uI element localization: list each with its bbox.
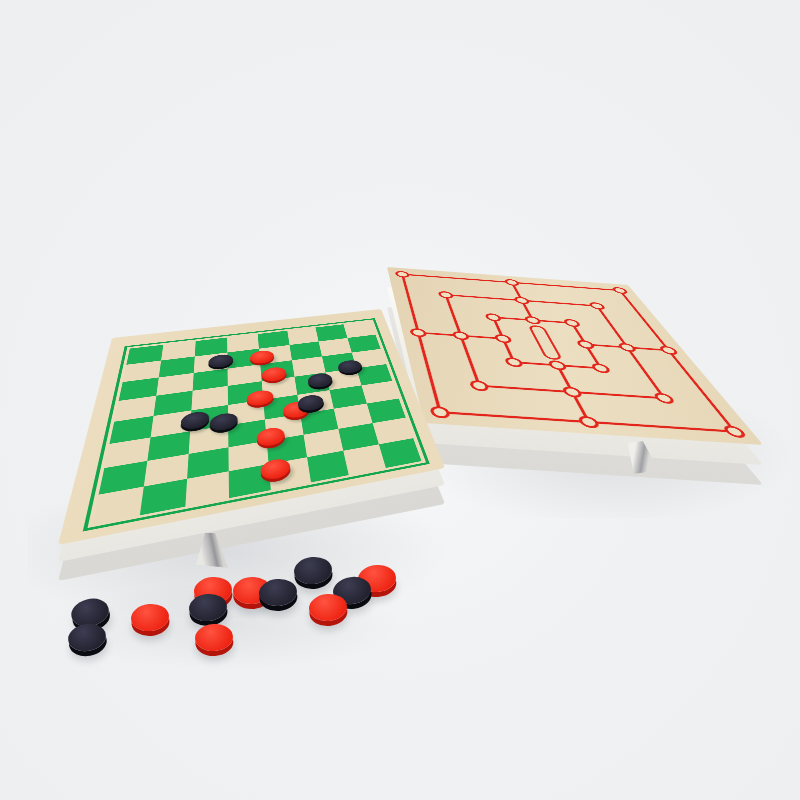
loose-piece-black[interactable] [293, 555, 334, 586]
loose-piece-red[interactable] [130, 602, 171, 633]
loose-piece-red[interactable] [308, 592, 348, 622]
loose-piece-black[interactable] [66, 621, 108, 654]
product-photo-stage [0, 0, 800, 800]
loose-pieces [0, 0, 800, 800]
loose-piece-black[interactable] [188, 592, 229, 623]
loose-piece-red[interactable] [194, 623, 234, 653]
